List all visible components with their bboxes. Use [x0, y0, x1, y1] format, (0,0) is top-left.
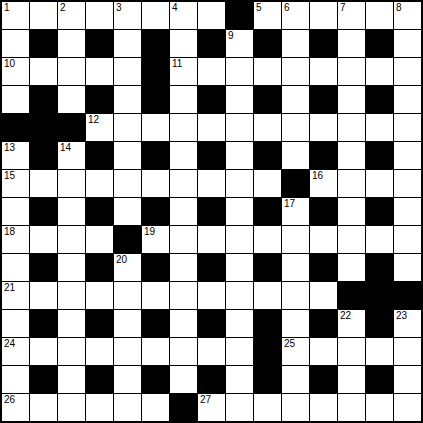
cell-r0-c7[interactable] — [198, 2, 225, 29]
cell-r5-c6[interactable] — [170, 142, 197, 169]
black-cell-r3-c13 — [366, 86, 393, 113]
cell-r0-c4[interactable]: 3 — [114, 2, 141, 29]
black-cell-r11-c13 — [366, 310, 393, 337]
cell-r5-c12[interactable] — [338, 142, 365, 169]
cell-r13-c12[interactable] — [338, 366, 365, 393]
cell-r1-c2[interactable] — [58, 30, 85, 57]
black-cell-r9-c9 — [254, 254, 281, 281]
black-cell-r0-c8 — [226, 2, 253, 29]
black-cell-r7-c7 — [198, 198, 225, 225]
cell-r13-c2[interactable] — [58, 366, 85, 393]
clue-number-5: 5 — [256, 2, 262, 14]
cell-r14-c8[interactable] — [226, 394, 253, 421]
black-cell-r3-c7 — [198, 86, 225, 113]
cell-r10-c9[interactable] — [254, 282, 281, 309]
cell-r8-c8[interactable] — [226, 226, 253, 253]
cell-r6-c7[interactable] — [198, 170, 225, 197]
cell-r0-c6[interactable]: 4 — [170, 2, 197, 29]
cell-r6-c4[interactable] — [114, 170, 141, 197]
clue-number-3: 3 — [116, 2, 122, 14]
cell-r6-c0[interactable]: 15 — [2, 170, 29, 197]
cell-r3-c2[interactable] — [58, 86, 85, 113]
black-cell-r9-c7 — [198, 254, 225, 281]
cell-r14-c7[interactable]: 27 — [198, 394, 225, 421]
cell-r4-c11[interactable] — [310, 114, 337, 141]
cell-r2-c10[interactable] — [282, 58, 309, 85]
cell-r2-c13[interactable] — [366, 58, 393, 85]
cell-r8-c9[interactable] — [254, 226, 281, 253]
clue-number-16: 16 — [312, 170, 323, 182]
black-cell-r10-c13 — [366, 282, 393, 309]
clue-number-12: 12 — [88, 114, 99, 126]
black-cell-r10-c12 — [338, 282, 365, 309]
cell-r13-c10[interactable] — [282, 366, 309, 393]
clue-number-6: 6 — [284, 2, 290, 14]
clue-number-27: 27 — [200, 394, 211, 406]
cell-r6-c12[interactable] — [338, 170, 365, 197]
black-cell-r9-c11 — [310, 254, 337, 281]
cell-r5-c14[interactable] — [394, 142, 421, 169]
cell-r0-c13[interactable] — [366, 2, 393, 29]
cell-r12-c0[interactable]: 24 — [2, 338, 29, 365]
cell-r7-c2[interactable] — [58, 198, 85, 225]
clue-number-9: 9 — [228, 30, 234, 42]
cell-r0-c1[interactable] — [30, 2, 57, 29]
cell-r5-c2[interactable]: 14 — [58, 142, 85, 169]
clue-number-7: 7 — [340, 2, 346, 14]
clue-number-26: 26 — [4, 394, 15, 406]
clue-number-19: 19 — [144, 226, 155, 238]
cell-r7-c8[interactable] — [226, 198, 253, 225]
cell-r13-c8[interactable] — [226, 366, 253, 393]
cell-r9-c2[interactable] — [58, 254, 85, 281]
cell-r3-c0[interactable] — [2, 86, 29, 113]
black-cell-r9-c13 — [366, 254, 393, 281]
cell-r4-c5[interactable] — [142, 114, 169, 141]
cell-r3-c6[interactable] — [170, 86, 197, 113]
clue-number-10: 10 — [4, 58, 15, 70]
cell-r9-c0[interactable] — [2, 254, 29, 281]
cell-r14-c12[interactable] — [338, 394, 365, 421]
cell-r14-c11[interactable] — [310, 394, 337, 421]
cell-r14-c2[interactable] — [58, 394, 85, 421]
cell-r1-c4[interactable] — [114, 30, 141, 57]
black-cell-r1-c5 — [142, 30, 169, 57]
cell-r2-c9[interactable] — [254, 58, 281, 85]
cell-r12-c4[interactable] — [114, 338, 141, 365]
black-cell-r3-c1 — [30, 86, 57, 113]
cell-r14-c4[interactable] — [114, 394, 141, 421]
black-cell-r9-c1 — [30, 254, 57, 281]
cell-r2-c7[interactable] — [198, 58, 225, 85]
cell-r3-c4[interactable] — [114, 86, 141, 113]
cell-r8-c10[interactable] — [282, 226, 309, 253]
cell-r14-c13[interactable] — [366, 394, 393, 421]
cell-r4-c8[interactable] — [226, 114, 253, 141]
black-cell-r5-c3 — [86, 142, 113, 169]
cell-r6-c9[interactable] — [254, 170, 281, 197]
cell-r5-c8[interactable] — [226, 142, 253, 169]
cell-r6-c13[interactable] — [366, 170, 393, 197]
black-cell-r11-c1 — [30, 310, 57, 337]
black-cell-r9-c3 — [86, 254, 113, 281]
cell-r6-c8[interactable] — [226, 170, 253, 197]
clue-number-24: 24 — [4, 338, 15, 350]
cell-r10-c11[interactable] — [310, 282, 337, 309]
black-cell-r13-c1 — [30, 366, 57, 393]
cell-r6-c11[interactable]: 16 — [310, 170, 337, 197]
clue-number-13: 13 — [4, 142, 15, 154]
cell-r9-c14[interactable] — [394, 254, 421, 281]
cell-r7-c10[interactable]: 17 — [282, 198, 309, 225]
cell-r9-c8[interactable] — [226, 254, 253, 281]
cell-r12-c1[interactable] — [30, 338, 57, 365]
black-cell-r3-c11 — [310, 86, 337, 113]
black-cell-r1-c11 — [310, 30, 337, 57]
clue-number-18: 18 — [4, 226, 15, 238]
black-cell-r1-c9 — [254, 30, 281, 57]
clue-number-2: 2 — [60, 2, 66, 14]
cell-r7-c14[interactable] — [394, 198, 421, 225]
cell-r9-c6[interactable] — [170, 254, 197, 281]
clue-number-20: 20 — [116, 254, 127, 266]
cell-r7-c0[interactable] — [2, 198, 29, 225]
black-cell-r5-c1 — [30, 142, 57, 169]
cell-r11-c6[interactable] — [170, 310, 197, 337]
black-cell-r8-c4 — [114, 226, 141, 253]
black-cell-r1-c13 — [366, 30, 393, 57]
cell-r4-c10[interactable] — [282, 114, 309, 141]
cell-r0-c11[interactable] — [310, 2, 337, 29]
cell-r8-c14[interactable] — [394, 226, 421, 253]
cell-r0-c0[interactable]: 1 — [2, 2, 29, 29]
cell-r8-c13[interactable] — [366, 226, 393, 253]
black-cell-r11-c11 — [310, 310, 337, 337]
cell-r12-c6[interactable] — [170, 338, 197, 365]
black-cell-r11-c5 — [142, 310, 169, 337]
cell-r10-c3[interactable] — [86, 282, 113, 309]
cell-r3-c10[interactable] — [282, 86, 309, 113]
cell-r8-c0[interactable]: 18 — [2, 226, 29, 253]
clue-number-4: 4 — [172, 2, 178, 14]
cell-r10-c8[interactable] — [226, 282, 253, 309]
cell-r5-c0[interactable]: 13 — [2, 142, 29, 169]
clue-number-25: 25 — [284, 338, 295, 350]
black-cell-r3-c5 — [142, 86, 169, 113]
cell-r2-c11[interactable] — [310, 58, 337, 85]
cell-r0-c2[interactable]: 2 — [58, 2, 85, 29]
cell-r12-c12[interactable] — [338, 338, 365, 365]
cell-r8-c6[interactable] — [170, 226, 197, 253]
cell-r2-c12[interactable] — [338, 58, 365, 85]
clue-number-23: 23 — [396, 310, 407, 322]
cell-r0-c14[interactable]: 8 — [394, 2, 421, 29]
cell-r12-c10[interactable]: 25 — [282, 338, 309, 365]
cell-r6-c2[interactable] — [58, 170, 85, 197]
black-cell-r13-c7 — [198, 366, 225, 393]
cell-r13-c0[interactable] — [2, 366, 29, 393]
cell-r14-c3[interactable] — [86, 394, 113, 421]
cell-r1-c6[interactable] — [170, 30, 197, 57]
cell-r3-c14[interactable] — [394, 86, 421, 113]
cell-r1-c14[interactable] — [394, 30, 421, 57]
cell-r6-c6[interactable] — [170, 170, 197, 197]
cell-r12-c2[interactable] — [58, 338, 85, 365]
clue-number-1: 1 — [4, 2, 10, 14]
cell-r1-c10[interactable] — [282, 30, 309, 57]
black-cell-r1-c3 — [86, 30, 113, 57]
black-cell-r4-c0 — [2, 114, 29, 141]
cell-r12-c8[interactable] — [226, 338, 253, 365]
cell-r10-c1[interactable] — [30, 282, 57, 309]
black-cell-r5-c11 — [310, 142, 337, 169]
cell-r0-c9[interactable]: 5 — [254, 2, 281, 29]
black-cell-r4-c1 — [30, 114, 57, 141]
clue-number-15: 15 — [4, 170, 15, 182]
cell-r0-c3[interactable] — [86, 2, 113, 29]
black-cell-r3-c3 — [86, 86, 113, 113]
black-cell-r7-c11 — [310, 198, 337, 225]
cell-r2-c3[interactable] — [86, 58, 113, 85]
cell-r4-c12[interactable] — [338, 114, 365, 141]
cell-r4-c14[interactable] — [394, 114, 421, 141]
cell-r10-c0[interactable]: 21 — [2, 282, 29, 309]
cell-r9-c4[interactable]: 20 — [114, 254, 141, 281]
cell-r10-c2[interactable] — [58, 282, 85, 309]
black-cell-r6-c10 — [282, 170, 309, 197]
cell-r10-c5[interactable] — [142, 282, 169, 309]
cell-r14-c9[interactable] — [254, 394, 281, 421]
cell-r6-c1[interactable] — [30, 170, 57, 197]
black-cell-r7-c3 — [86, 198, 113, 225]
black-cell-r13-c13 — [366, 366, 393, 393]
black-cell-r7-c9 — [254, 198, 281, 225]
cell-r8-c11[interactable] — [310, 226, 337, 253]
black-cell-r3-c9 — [254, 86, 281, 113]
black-cell-r11-c9 — [254, 310, 281, 337]
cell-r7-c6[interactable] — [170, 198, 197, 225]
black-cell-r13-c3 — [86, 366, 113, 393]
cell-r12-c11[interactable] — [310, 338, 337, 365]
clue-number-8: 8 — [396, 2, 402, 14]
cell-r12-c5[interactable] — [142, 338, 169, 365]
cell-r3-c12[interactable] — [338, 86, 365, 113]
black-cell-r5-c13 — [366, 142, 393, 169]
cell-r6-c5[interactable] — [142, 170, 169, 197]
cell-r11-c10[interactable] — [282, 310, 309, 337]
black-cell-r1-c1 — [30, 30, 57, 57]
cell-r14-c5[interactable] — [142, 394, 169, 421]
cell-r11-c8[interactable] — [226, 310, 253, 337]
cell-r0-c5[interactable] — [142, 2, 169, 29]
cell-r6-c3[interactable] — [86, 170, 113, 197]
cell-r4-c9[interactable] — [254, 114, 281, 141]
black-cell-r2-c5 — [142, 58, 169, 85]
cell-r1-c0[interactable] — [2, 30, 29, 57]
black-cell-r13-c11 — [310, 366, 337, 393]
black-cell-r14-c6 — [170, 394, 197, 421]
cell-r12-c13[interactable] — [366, 338, 393, 365]
clue-number-17: 17 — [284, 198, 295, 210]
cell-r2-c6[interactable]: 11 — [170, 58, 197, 85]
cell-r14-c0[interactable]: 26 — [2, 394, 29, 421]
cell-r4-c6[interactable] — [170, 114, 197, 141]
cell-r11-c14[interactable]: 23 — [394, 310, 421, 337]
black-cell-r5-c7 — [198, 142, 225, 169]
cell-r8-c2[interactable] — [58, 226, 85, 253]
cell-r13-c6[interactable] — [170, 366, 197, 393]
cell-r13-c4[interactable] — [114, 366, 141, 393]
cell-r7-c12[interactable] — [338, 198, 365, 225]
cell-r2-c4[interactable] — [114, 58, 141, 85]
cell-r11-c2[interactable] — [58, 310, 85, 337]
clue-number-14: 14 — [60, 142, 71, 154]
cell-r14-c14[interactable] — [394, 394, 421, 421]
cell-r10-c10[interactable] — [282, 282, 309, 309]
cell-r1-c8[interactable]: 9 — [226, 30, 253, 57]
cell-r14-c1[interactable] — [30, 394, 57, 421]
cell-r2-c0[interactable]: 10 — [2, 58, 29, 85]
cell-r14-c10[interactable] — [282, 394, 309, 421]
cell-r11-c12[interactable]: 22 — [338, 310, 365, 337]
black-cell-r13-c5 — [142, 366, 169, 393]
cell-r9-c10[interactable] — [282, 254, 309, 281]
cell-r13-c14[interactable] — [394, 366, 421, 393]
cell-r8-c3[interactable] — [86, 226, 113, 253]
black-cell-r11-c3 — [86, 310, 113, 337]
cell-r8-c5[interactable]: 19 — [142, 226, 169, 253]
cell-r8-c7[interactable] — [198, 226, 225, 253]
cell-r12-c7[interactable] — [198, 338, 225, 365]
cell-r3-c8[interactable] — [226, 86, 253, 113]
cell-r8-c1[interactable] — [30, 226, 57, 253]
cell-r2-c14[interactable] — [394, 58, 421, 85]
cell-r5-c4[interactable] — [114, 142, 141, 169]
cell-r10-c6[interactable] — [170, 282, 197, 309]
cell-r10-c7[interactable] — [198, 282, 225, 309]
black-cell-r7-c13 — [366, 198, 393, 225]
cell-r1-c12[interactable] — [338, 30, 365, 57]
black-cell-r5-c9 — [254, 142, 281, 169]
black-cell-r7-c1 — [30, 198, 57, 225]
cell-r7-c4[interactable] — [114, 198, 141, 225]
black-cell-r13-c9 — [254, 366, 281, 393]
cell-r4-c3[interactable]: 12 — [86, 114, 113, 141]
cell-r8-c12[interactable] — [338, 226, 365, 253]
clue-number-11: 11 — [172, 58, 182, 70]
cell-r11-c4[interactable] — [114, 310, 141, 337]
cell-r5-c10[interactable] — [282, 142, 309, 169]
cell-r0-c10[interactable]: 6 — [282, 2, 309, 29]
clue-number-21: 21 — [4, 282, 15, 294]
cell-r12-c3[interactable] — [86, 338, 113, 365]
cell-r10-c4[interactable] — [114, 282, 141, 309]
cell-r0-c12[interactable]: 7 — [338, 2, 365, 29]
cell-r2-c1[interactable] — [30, 58, 57, 85]
cell-r11-c0[interactable] — [2, 310, 29, 337]
cell-r12-c14[interactable] — [394, 338, 421, 365]
cell-r6-c14[interactable] — [394, 170, 421, 197]
black-cell-r1-c7 — [198, 30, 225, 57]
clue-number-22: 22 — [340, 310, 351, 322]
cell-r4-c13[interactable] — [366, 114, 393, 141]
black-cell-r11-c7 — [198, 310, 225, 337]
black-cell-r5-c5 — [142, 142, 169, 169]
crossword-grid: 1234567891011121314151617181920212223242… — [0, 0, 423, 423]
black-cell-r12-c9 — [254, 338, 281, 365]
black-cell-r9-c5 — [142, 254, 169, 281]
black-cell-r10-c14 — [394, 282, 421, 309]
cell-r4-c4[interactable] — [114, 114, 141, 141]
cell-r2-c8[interactable] — [226, 58, 253, 85]
black-cell-r7-c5 — [142, 198, 169, 225]
cell-r9-c12[interactable] — [338, 254, 365, 281]
cell-r2-c2[interactable] — [58, 58, 85, 85]
black-cell-r4-c2 — [58, 114, 85, 141]
cell-r4-c7[interactable] — [198, 114, 225, 141]
